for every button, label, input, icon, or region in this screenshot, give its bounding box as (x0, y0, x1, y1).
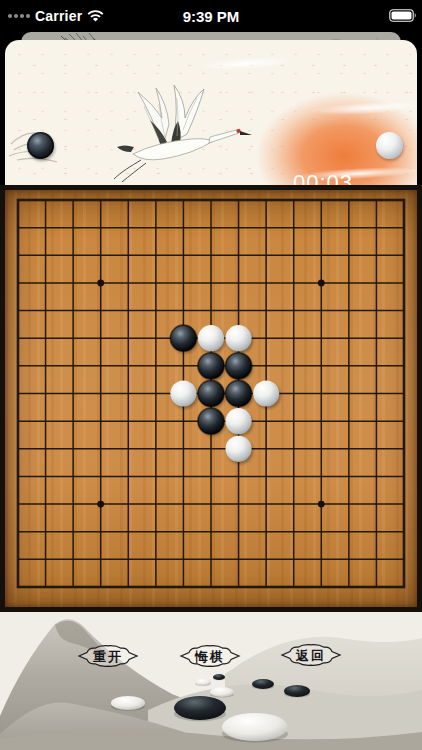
back-button[interactable]: 返回 (280, 642, 342, 668)
white-stone (198, 325, 224, 351)
black-stone (225, 353, 251, 379)
app-screen: Carrier 9:39 PM (0, 0, 422, 750)
black-stone (225, 380, 251, 406)
undo-button-label: 悔棋 (179, 643, 241, 669)
decorative-black-stone (284, 685, 310, 697)
cloud-wisp (197, 55, 298, 73)
clock: 9:39 PM (0, 0, 422, 32)
white-stone (225, 408, 251, 434)
decorative-white-stone (222, 713, 288, 741)
restart-button-label: 重开 (77, 643, 139, 669)
black-stone (198, 380, 224, 406)
decorative-black-stone (252, 679, 274, 689)
back-button-label: 返回 (280, 642, 342, 668)
black-player-stone (27, 132, 54, 159)
black-stone (170, 325, 196, 351)
game-timer: 00:03 (288, 170, 358, 185)
white-stone (225, 325, 251, 351)
decorative-black-stone (174, 696, 226, 720)
black-stone (198, 408, 224, 434)
game-header: 00:03 (5, 40, 417, 185)
gomoku-board[interactable] (5, 190, 417, 607)
black-stone (198, 353, 224, 379)
white-player-stone (376, 132, 403, 159)
undo-button[interactable]: 悔棋 (179, 643, 241, 669)
decorative-white-stone (111, 696, 145, 710)
decorative-white-stone (210, 687, 234, 697)
board-frame (0, 185, 422, 612)
battery-icon (389, 9, 417, 22)
mountain-painting (0, 612, 422, 750)
white-stone (253, 380, 279, 406)
footer-panel: 重开 悔棋 返回 (0, 612, 422, 750)
white-stone (225, 436, 251, 462)
decorative-black-stone (213, 674, 225, 680)
decorative-white-stone (195, 679, 211, 686)
white-stone (170, 380, 196, 406)
crane-illustration (111, 80, 253, 182)
restart-button[interactable]: 重开 (77, 643, 139, 669)
status-bar: Carrier 9:39 PM (0, 0, 422, 32)
